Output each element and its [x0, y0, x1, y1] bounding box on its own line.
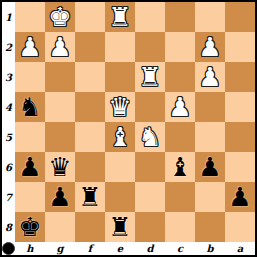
file-label-d: d [135, 242, 165, 255]
white-bishop-piece: ♝ [108, 122, 131, 152]
square-c7[interactable] [165, 182, 195, 212]
square-h2[interactable]: ♟ [15, 32, 45, 62]
white-rook-piece: ♜ [138, 62, 161, 92]
square-b3[interactable]: ♟ [195, 62, 225, 92]
rank-label-4: 4 [2, 92, 15, 122]
file-label-e: e [105, 242, 135, 255]
square-b2[interactable]: ♟ [195, 32, 225, 62]
square-e2[interactable] [105, 32, 135, 62]
white-pawn-piece: ♟ [168, 92, 191, 122]
black-king-piece: ♚ [18, 212, 41, 242]
square-a3[interactable] [225, 62, 255, 92]
square-d5[interactable]: ♞ [135, 122, 165, 152]
square-b8[interactable] [195, 212, 225, 242]
square-d6[interactable] [135, 152, 165, 182]
square-d7[interactable] [135, 182, 165, 212]
white-pawn-piece: ♟ [198, 32, 221, 62]
file-label-a: a [225, 242, 255, 255]
rank-label-2: 2 [2, 32, 15, 62]
white-rook-piece: ♜ [108, 2, 131, 32]
white-king-piece: ♚ [48, 2, 71, 32]
square-d2[interactable] [135, 32, 165, 62]
square-d4[interactable] [135, 92, 165, 122]
chess-diagram: 12345678 ♚♜♟♟♟♜♟♞♛♟♝♞♟♛♝♟♟♜♟♚♜ hgfedcba [0, 0, 257, 257]
square-c8[interactable] [165, 212, 195, 242]
black-pawn-piece: ♟ [18, 152, 41, 182]
black-rook-piece: ♜ [78, 182, 101, 212]
black-pawn-piece: ♟ [228, 182, 251, 212]
square-a8[interactable] [225, 212, 255, 242]
square-g5[interactable] [45, 122, 75, 152]
white-queen-piece: ♛ [108, 92, 131, 122]
rank-label-1: 1 [2, 2, 15, 32]
square-b4[interactable] [195, 92, 225, 122]
file-label-g: g [45, 242, 75, 255]
black-pawn-piece: ♟ [48, 182, 71, 212]
square-g1[interactable]: ♚ [45, 2, 75, 32]
square-e7[interactable] [105, 182, 135, 212]
chess-board: ♚♜♟♟♟♜♟♞♛♟♝♞♟♛♝♟♟♜♟♚♜ [15, 2, 255, 242]
black-pawn-piece: ♟ [198, 152, 221, 182]
file-label-c: c [165, 242, 195, 255]
square-h8[interactable]: ♚ [15, 212, 45, 242]
rank-label-5: 5 [2, 122, 15, 152]
rank-label-3: 3 [2, 62, 15, 92]
square-b7[interactable] [195, 182, 225, 212]
white-pawn-piece: ♟ [18, 32, 41, 62]
square-d1[interactable] [135, 2, 165, 32]
square-c1[interactable] [165, 2, 195, 32]
rank-label-7: 7 [2, 182, 15, 212]
rank-label-6: 6 [2, 152, 15, 182]
file-label-b: b [195, 242, 225, 255]
square-a5[interactable] [225, 122, 255, 152]
square-d8[interactable] [135, 212, 165, 242]
black-rook-piece: ♜ [108, 212, 131, 242]
square-g6[interactable]: ♛ [45, 152, 75, 182]
square-f1[interactable] [75, 2, 105, 32]
rank-labels: 12345678 [2, 2, 15, 242]
square-h1[interactable] [15, 2, 45, 32]
square-e8[interactable]: ♜ [105, 212, 135, 242]
square-h7[interactable] [15, 182, 45, 212]
square-f2[interactable] [75, 32, 105, 62]
square-h3[interactable] [15, 62, 45, 92]
rank-label-8: 8 [2, 212, 15, 242]
black-bishop-piece: ♝ [168, 152, 191, 182]
square-e5[interactable]: ♝ [105, 122, 135, 152]
square-e3[interactable] [105, 62, 135, 92]
move-indicator-corner [2, 242, 15, 255]
square-c2[interactable] [165, 32, 195, 62]
square-f6[interactable] [75, 152, 105, 182]
square-e4[interactable]: ♛ [105, 92, 135, 122]
square-e6[interactable] [105, 152, 135, 182]
square-g7[interactable]: ♟ [45, 182, 75, 212]
square-f5[interactable] [75, 122, 105, 152]
square-c6[interactable]: ♝ [165, 152, 195, 182]
square-f4[interactable] [75, 92, 105, 122]
black-queen-piece: ♛ [48, 152, 71, 182]
white-pawn-piece: ♟ [198, 62, 221, 92]
square-c3[interactable] [165, 62, 195, 92]
black-to-move-indicator-icon [2, 242, 15, 255]
square-b6[interactable]: ♟ [195, 152, 225, 182]
square-g3[interactable] [45, 62, 75, 92]
square-g8[interactable] [45, 212, 75, 242]
square-d3[interactable]: ♜ [135, 62, 165, 92]
square-e1[interactable]: ♜ [105, 2, 135, 32]
file-label-h: h [15, 242, 45, 255]
square-h6[interactable]: ♟ [15, 152, 45, 182]
square-f3[interactable] [75, 62, 105, 92]
square-a1[interactable] [225, 2, 255, 32]
square-c5[interactable] [165, 122, 195, 152]
square-g4[interactable] [45, 92, 75, 122]
black-knight-piece: ♞ [18, 92, 41, 122]
square-a2[interactable] [225, 32, 255, 62]
square-g2[interactable]: ♟ [45, 32, 75, 62]
file-label-f: f [75, 242, 105, 255]
square-b1[interactable] [195, 2, 225, 32]
white-knight-piece: ♞ [138, 122, 161, 152]
square-f8[interactable] [75, 212, 105, 242]
square-b5[interactable] [195, 122, 225, 152]
square-c4[interactable]: ♟ [165, 92, 195, 122]
square-h5[interactable] [15, 122, 45, 152]
square-f7[interactable]: ♜ [75, 182, 105, 212]
square-a4[interactable] [225, 92, 255, 122]
square-h4[interactable]: ♞ [15, 92, 45, 122]
white-pawn-piece: ♟ [48, 32, 71, 62]
square-a7[interactable]: ♟ [225, 182, 255, 212]
square-a6[interactable] [225, 152, 255, 182]
file-labels: hgfedcba [15, 242, 255, 255]
